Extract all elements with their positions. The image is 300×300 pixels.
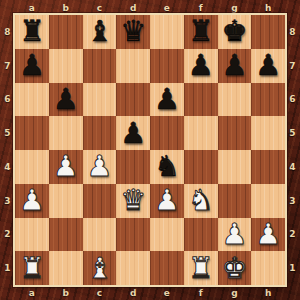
file-label-c-top: c	[83, 0, 117, 15]
file-label-a-bottom: a	[15, 285, 49, 300]
square-d3[interactable]: ♛	[116, 184, 150, 218]
square-g6[interactable]	[218, 83, 252, 117]
square-g8[interactable]: ♚	[218, 15, 252, 49]
square-g4[interactable]	[218, 150, 252, 184]
square-a1[interactable]: ♜	[15, 251, 49, 285]
file-label-h-bottom: h	[251, 285, 285, 300]
black-pawn-piece[interactable]: ♟	[116, 116, 150, 150]
rank-label-3-left: 3	[0, 184, 15, 218]
square-b1[interactable]	[49, 251, 83, 285]
black-knight-piece[interactable]: ♞	[150, 150, 184, 184]
square-a4[interactable]	[15, 150, 49, 184]
black-pawn-piece[interactable]: ♟	[15, 49, 49, 83]
square-a8[interactable]: ♜	[15, 15, 49, 49]
board-inner-frame: ♜♝♛♜♚♟♟♟♟♟♟♟♟♟♞♟♛♟♞♟♟♜♝♜♚	[15, 15, 285, 285]
square-c3[interactable]	[83, 184, 117, 218]
black-pawn-piece[interactable]: ♟	[251, 49, 285, 83]
square-h3[interactable]	[251, 184, 285, 218]
square-f4[interactable]	[184, 150, 218, 184]
file-label-f-top: f	[184, 0, 218, 15]
white-knight-piece[interactable]: ♞	[184, 184, 218, 218]
file-label-b-bottom: b	[49, 285, 83, 300]
square-g5[interactable]	[218, 116, 252, 150]
square-f7[interactable]: ♟	[184, 49, 218, 83]
square-b5[interactable]	[49, 116, 83, 150]
square-h7[interactable]: ♟	[251, 49, 285, 83]
square-c1[interactable]: ♝	[83, 251, 117, 285]
file-label-e-bottom: e	[150, 285, 184, 300]
file-label-h-top: h	[251, 0, 285, 15]
square-a3[interactable]: ♟	[15, 184, 49, 218]
file-label-a-top: a	[15, 0, 49, 15]
file-label-g-bottom: g	[218, 285, 252, 300]
file-label-f-bottom: f	[184, 285, 218, 300]
white-rook-piece[interactable]: ♜	[184, 251, 218, 285]
square-e8[interactable]	[150, 15, 184, 49]
rank-label-2-right: 2	[285, 218, 300, 252]
black-pawn-piece[interactable]: ♟	[49, 83, 83, 117]
white-bishop-piece[interactable]: ♝	[83, 251, 117, 285]
square-d4[interactable]	[116, 150, 150, 184]
square-d6[interactable]	[116, 83, 150, 117]
black-pawn-piece[interactable]: ♟	[150, 83, 184, 117]
file-label-c-bottom: c	[83, 285, 117, 300]
square-f3[interactable]: ♞	[184, 184, 218, 218]
square-b7[interactable]	[49, 49, 83, 83]
square-h8[interactable]	[251, 15, 285, 49]
rank-label-6-right: 6	[285, 83, 300, 117]
square-b8[interactable]	[49, 15, 83, 49]
rank-label-2-left: 2	[0, 218, 15, 252]
file-label-d-bottom: d	[116, 285, 150, 300]
rank-label-1-right: 1	[285, 251, 300, 285]
black-king-piece[interactable]: ♚	[218, 15, 252, 49]
square-c7[interactable]	[83, 49, 117, 83]
square-a5[interactable]	[15, 116, 49, 150]
square-h6[interactable]	[251, 83, 285, 117]
file-label-g-top: g	[218, 0, 252, 15]
square-c2[interactable]	[83, 218, 117, 252]
white-pawn-piece[interactable]: ♟	[150, 184, 184, 218]
square-e5[interactable]	[150, 116, 184, 150]
chess-board[interactable]: ♜♝♛♜♚♟♟♟♟♟♟♟♟♟♞♟♛♟♞♟♟♜♝♜♚	[15, 15, 285, 285]
black-pawn-piece[interactable]: ♟	[218, 49, 252, 83]
square-e4[interactable]: ♞	[150, 150, 184, 184]
square-c4[interactable]: ♟	[83, 150, 117, 184]
square-e3[interactable]: ♟	[150, 184, 184, 218]
file-label-b-top: b	[49, 0, 83, 15]
rank-label-8-left: 8	[0, 15, 15, 49]
square-f5[interactable]	[184, 116, 218, 150]
white-rook-piece[interactable]: ♜	[15, 251, 49, 285]
black-bishop-piece[interactable]: ♝	[83, 15, 117, 49]
square-a2[interactable]	[15, 218, 49, 252]
rank-label-4-left: 4	[0, 150, 15, 184]
rank-label-1-left: 1	[0, 251, 15, 285]
white-pawn-piece[interactable]: ♟	[83, 150, 117, 184]
white-king-piece[interactable]: ♚	[218, 251, 252, 285]
black-pawn-piece[interactable]: ♟	[184, 49, 218, 83]
rank-label-5-left: 5	[0, 116, 15, 150]
file-label-e-top: e	[150, 0, 184, 15]
square-e6[interactable]: ♟	[150, 83, 184, 117]
white-pawn-piece[interactable]: ♟	[49, 150, 83, 184]
black-queen-piece[interactable]: ♛	[116, 15, 150, 49]
square-c8[interactable]: ♝	[83, 15, 117, 49]
square-d8[interactable]: ♛	[116, 15, 150, 49]
square-f1[interactable]: ♜	[184, 251, 218, 285]
square-f2[interactable]	[184, 218, 218, 252]
square-h4[interactable]	[251, 150, 285, 184]
black-rook-piece[interactable]: ♜	[15, 15, 49, 49]
rank-label-7-right: 7	[285, 49, 300, 83]
square-h2[interactable]: ♟	[251, 218, 285, 252]
rank-label-5-right: 5	[285, 116, 300, 150]
square-g7[interactable]: ♟	[218, 49, 252, 83]
rank-label-6-left: 6	[0, 83, 15, 117]
black-rook-piece[interactable]: ♜	[184, 15, 218, 49]
white-pawn-piece[interactable]: ♟	[251, 218, 285, 252]
square-d7[interactable]	[116, 49, 150, 83]
square-b4[interactable]: ♟	[49, 150, 83, 184]
rank-label-7-left: 7	[0, 49, 15, 83]
square-a7[interactable]: ♟	[15, 49, 49, 83]
chess-board-screenshot: aabbccddeeffgghh8877665544332211 ♜♝♛♜♚♟♟…	[0, 0, 300, 300]
square-g1[interactable]: ♚	[218, 251, 252, 285]
square-d1[interactable]	[116, 251, 150, 285]
square-e7[interactable]	[150, 49, 184, 83]
square-d2[interactable]	[116, 218, 150, 252]
square-a6[interactable]	[15, 83, 49, 117]
square-f8[interactable]: ♜	[184, 15, 218, 49]
white-queen-piece[interactable]: ♛	[116, 184, 150, 218]
square-g3[interactable]	[218, 184, 252, 218]
square-c6[interactable]	[83, 83, 117, 117]
white-pawn-piece[interactable]: ♟	[15, 184, 49, 218]
square-e1[interactable]	[150, 251, 184, 285]
file-label-d-top: d	[116, 0, 150, 15]
square-c5[interactable]	[83, 116, 117, 150]
square-b6[interactable]: ♟	[49, 83, 83, 117]
rank-label-8-right: 8	[285, 15, 300, 49]
square-h5[interactable]	[251, 116, 285, 150]
square-d5[interactable]: ♟	[116, 116, 150, 150]
rank-label-3-right: 3	[285, 184, 300, 218]
square-e2[interactable]	[150, 218, 184, 252]
square-h1[interactable]	[251, 251, 285, 285]
rank-label-4-right: 4	[285, 150, 300, 184]
square-b3[interactable]	[49, 184, 83, 218]
square-f6[interactable]	[184, 83, 218, 117]
square-g2[interactable]: ♟	[218, 218, 252, 252]
white-pawn-piece[interactable]: ♟	[218, 218, 252, 252]
square-b2[interactable]	[49, 218, 83, 252]
